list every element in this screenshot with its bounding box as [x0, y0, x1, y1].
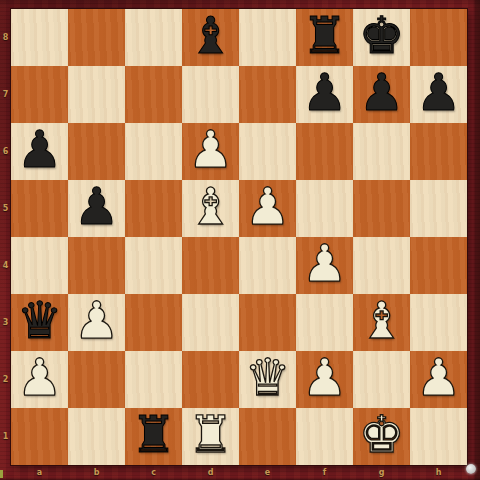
square-g7[interactable]: ♟	[353, 66, 410, 123]
piece-white-rook-d1[interactable]: ♜	[188, 406, 234, 463]
square-g4[interactable]	[353, 237, 410, 294]
square-f7[interactable]: ♟	[296, 66, 353, 123]
square-g2[interactable]	[353, 351, 410, 408]
square-h8[interactable]	[410, 9, 467, 66]
piece-white-bishop-g3[interactable]: ♝	[359, 292, 405, 349]
rank-label-1: 1	[0, 408, 11, 465]
square-b6[interactable]	[68, 123, 125, 180]
square-c7[interactable]	[125, 66, 182, 123]
square-b1[interactable]	[68, 408, 125, 465]
square-c1[interactable]: ♜	[125, 408, 182, 465]
square-a1[interactable]	[11, 408, 68, 465]
piece-white-king-g1[interactable]: ♚	[359, 406, 405, 463]
piece-white-queen-e2[interactable]: ♛	[245, 349, 291, 406]
square-f8[interactable]: ♜	[296, 9, 353, 66]
square-c8[interactable]	[125, 9, 182, 66]
file-label-a: a	[11, 465, 68, 480]
piece-white-pawn-e5[interactable]: ♟	[245, 178, 291, 235]
square-e2[interactable]: ♛	[239, 351, 296, 408]
piece-white-pawn-h2[interactable]: ♟	[416, 349, 462, 406]
square-f2[interactable]: ♟	[296, 351, 353, 408]
square-e7[interactable]	[239, 66, 296, 123]
square-e5[interactable]: ♟	[239, 180, 296, 237]
rank-label-3: 3	[0, 294, 11, 351]
square-d6[interactable]: ♟	[182, 123, 239, 180]
square-c2[interactable]	[125, 351, 182, 408]
square-c6[interactable]	[125, 123, 182, 180]
square-g5[interactable]	[353, 180, 410, 237]
piece-black-pawn-g7[interactable]: ♟	[359, 64, 405, 121]
square-e1[interactable]	[239, 408, 296, 465]
piece-black-rook-f8[interactable]: ♜	[302, 7, 348, 64]
square-h1[interactable]	[410, 408, 467, 465]
square-a5[interactable]	[11, 180, 68, 237]
square-a2[interactable]: ♟	[11, 351, 68, 408]
square-b2[interactable]	[68, 351, 125, 408]
square-a3[interactable]: ♛	[11, 294, 68, 351]
square-a4[interactable]	[11, 237, 68, 294]
piece-white-bishop-d5[interactable]: ♝	[188, 178, 234, 235]
square-c4[interactable]	[125, 237, 182, 294]
square-b5[interactable]: ♟	[68, 180, 125, 237]
square-d3[interactable]	[182, 294, 239, 351]
edge-artifact	[0, 470, 3, 478]
square-d7[interactable]	[182, 66, 239, 123]
piece-black-king-g8[interactable]: ♚	[359, 7, 405, 64]
square-b3[interactable]: ♟	[68, 294, 125, 351]
piece-white-pawn-a2[interactable]: ♟	[17, 349, 63, 406]
chess-board: ♝♜♚♟♟♟♟♟♟♝♟♟♛♟♝♟♛♟♟♜♜♚	[11, 9, 467, 465]
square-f6[interactable]	[296, 123, 353, 180]
file-label-h: h	[410, 465, 467, 480]
piece-black-bishop-d8[interactable]: ♝	[188, 7, 234, 64]
square-f4[interactable]: ♟	[296, 237, 353, 294]
rank-label-5: 5	[0, 180, 11, 237]
file-label-d: d	[182, 465, 239, 480]
square-c5[interactable]	[125, 180, 182, 237]
piece-black-pawn-f7[interactable]: ♟	[302, 64, 348, 121]
piece-black-pawn-b5[interactable]: ♟	[74, 178, 120, 235]
square-f1[interactable]	[296, 408, 353, 465]
square-h2[interactable]: ♟	[410, 351, 467, 408]
square-h6[interactable]	[410, 123, 467, 180]
rank-label-7: 7	[0, 66, 11, 123]
file-label-e: e	[239, 465, 296, 480]
square-e3[interactable]	[239, 294, 296, 351]
rank-label-6: 6	[0, 123, 11, 180]
square-a7[interactable]	[11, 66, 68, 123]
piece-white-pawn-f4[interactable]: ♟	[302, 235, 348, 292]
piece-white-pawn-f2[interactable]: ♟	[302, 349, 348, 406]
square-c3[interactable]	[125, 294, 182, 351]
file-label-b: b	[68, 465, 125, 480]
file-label-c: c	[125, 465, 182, 480]
piece-black-rook-c1[interactable]: ♜	[131, 406, 177, 463]
square-e6[interactable]	[239, 123, 296, 180]
square-d8[interactable]: ♝	[182, 9, 239, 66]
piece-black-pawn-h7[interactable]: ♟	[416, 64, 462, 121]
square-d4[interactable]	[182, 237, 239, 294]
square-f5[interactable]	[296, 180, 353, 237]
square-a6[interactable]: ♟	[11, 123, 68, 180]
square-h4[interactable]	[410, 237, 467, 294]
square-a8[interactable]	[11, 9, 68, 66]
square-f3[interactable]	[296, 294, 353, 351]
rank-label-8: 8	[0, 9, 11, 66]
square-g6[interactable]	[353, 123, 410, 180]
square-d2[interactable]	[182, 351, 239, 408]
white-to-move-indicator	[466, 464, 476, 474]
square-b7[interactable]	[68, 66, 125, 123]
square-d5[interactable]: ♝	[182, 180, 239, 237]
square-g3[interactable]: ♝	[353, 294, 410, 351]
square-h3[interactable]	[410, 294, 467, 351]
rank-label-4: 4	[0, 237, 11, 294]
square-b8[interactable]	[68, 9, 125, 66]
rank-label-2: 2	[0, 351, 11, 408]
piece-black-queen-a3[interactable]: ♛	[17, 292, 63, 349]
chess-board-frame: ♝♜♚♟♟♟♟♟♟♝♟♟♛♟♝♟♛♟♟♜♜♚ 87654321 abcdefgh	[0, 0, 480, 480]
square-d1[interactable]: ♜	[182, 408, 239, 465]
piece-black-pawn-a6[interactable]: ♟	[17, 121, 63, 178]
file-label-g: g	[353, 465, 410, 480]
square-b4[interactable]	[68, 237, 125, 294]
square-e4[interactable]	[239, 237, 296, 294]
square-h5[interactable]	[410, 180, 467, 237]
square-h7[interactable]: ♟	[410, 66, 467, 123]
square-e8[interactable]	[239, 9, 296, 66]
square-g8[interactable]: ♚	[353, 9, 410, 66]
square-g1[interactable]: ♚	[353, 408, 410, 465]
piece-white-pawn-d6[interactable]: ♟	[188, 121, 234, 178]
piece-white-pawn-b3[interactable]: ♟	[74, 292, 120, 349]
file-label-f: f	[296, 465, 353, 480]
